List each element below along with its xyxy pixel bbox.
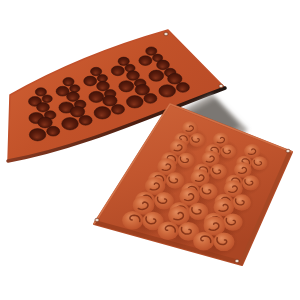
bump-lobe <box>252 156 268 170</box>
cavity-lobe <box>84 76 97 86</box>
cavity-lobe <box>127 71 140 81</box>
bump-lobe <box>210 164 227 179</box>
cavity-lobe <box>37 102 50 112</box>
cavity-lobe <box>157 60 170 70</box>
cavity-lobe <box>67 92 80 102</box>
cavity-lobe <box>139 56 152 66</box>
cavity-lobe <box>146 47 157 55</box>
cavity-lobe <box>112 104 125 114</box>
bump-lobe <box>213 233 234 252</box>
cavity-lobe <box>62 118 79 130</box>
cavity-lobe <box>47 126 60 136</box>
cavity-lobe <box>42 95 52 103</box>
hanging-hole <box>219 84 223 88</box>
cavity-lobe <box>176 83 189 93</box>
cavity-lobe <box>103 95 117 106</box>
bump-lobe <box>166 172 185 188</box>
cavity-lobe <box>168 73 182 84</box>
hanging-hole <box>235 259 239 263</box>
cavity-lobe <box>70 106 84 117</box>
cavity-lobe <box>119 81 134 92</box>
bump-lobe <box>189 133 205 147</box>
bump-lobe <box>242 175 259 190</box>
cavity-lobe <box>97 75 107 83</box>
cavity-lobe <box>35 88 46 96</box>
cavity-lobe <box>89 91 104 102</box>
cavity-lobe <box>91 67 102 75</box>
hanging-hole <box>164 32 168 36</box>
product-photo <box>0 0 300 300</box>
cavity-lobe <box>144 94 157 104</box>
cavity-lobe <box>63 78 74 86</box>
bump-lobe <box>199 183 218 199</box>
scene-svg <box>0 0 300 300</box>
cavity-lobe <box>38 117 52 128</box>
cavity-lobe <box>70 85 80 93</box>
bump-lobe <box>178 153 195 168</box>
cavity-lobe <box>79 115 92 125</box>
cavity-lobe <box>118 57 129 65</box>
cavity-lobe <box>159 85 176 97</box>
cavity-lobe <box>127 96 144 108</box>
bump-lobe <box>232 194 251 210</box>
cavity-lobe <box>29 129 46 141</box>
cavity-lobe <box>94 107 111 119</box>
cavity-lobe <box>149 70 164 81</box>
cavity-lobe <box>111 66 124 76</box>
hanging-hole <box>95 218 99 222</box>
bump-lobe <box>220 145 236 159</box>
cavity-lobe <box>135 84 149 95</box>
hanging-hole <box>286 149 290 153</box>
cavity-lobe <box>97 81 110 91</box>
